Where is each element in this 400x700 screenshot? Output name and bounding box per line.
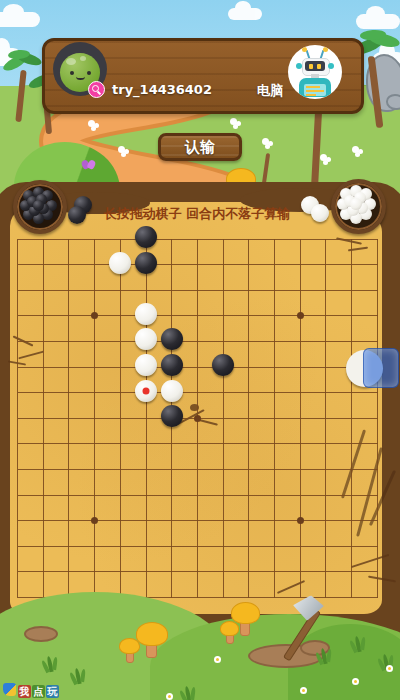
daisy xyxy=(352,678,359,685)
stone-black[interactable] xyxy=(135,226,157,248)
stone-white[interactable] xyxy=(135,380,157,402)
blue-drag-handle[interactable] xyxy=(363,348,399,388)
grid-line xyxy=(223,239,224,598)
grid-line xyxy=(377,239,378,598)
grid-line xyxy=(18,546,379,547)
loose-stone-black xyxy=(68,206,86,224)
grid-line xyxy=(351,239,352,598)
stone-black[interactable] xyxy=(212,354,234,376)
watermark-char: 玩 xyxy=(46,685,59,698)
black-stone-bowl xyxy=(13,180,67,234)
mushroom xyxy=(136,622,168,646)
grid-line xyxy=(18,239,379,240)
daisy xyxy=(300,687,307,694)
grid-line xyxy=(18,290,379,291)
game-screen: try_14436402 电脑 认输 长按拖动棋子 回合内不落子算输 xyxy=(0,0,400,700)
bowl-stone-black xyxy=(33,200,44,211)
stone-white[interactable] xyxy=(109,252,131,274)
star-point xyxy=(91,517,98,524)
grid-line xyxy=(18,367,379,368)
grid-line xyxy=(300,239,301,598)
daisy xyxy=(166,693,173,700)
star-point xyxy=(297,517,304,524)
star-point xyxy=(194,415,201,422)
watermark-text: 我点玩 xyxy=(17,680,59,699)
pebbles xyxy=(24,626,58,642)
grid-line xyxy=(248,239,249,598)
grid-line xyxy=(274,239,275,598)
loose-stone-white xyxy=(311,204,329,222)
grid-line xyxy=(94,239,95,598)
daisy xyxy=(386,665,393,672)
grid-line xyxy=(17,239,18,598)
grid-line xyxy=(18,469,379,470)
grid-line xyxy=(18,520,379,521)
mushroom xyxy=(231,602,260,624)
stone-black[interactable] xyxy=(135,252,157,274)
grid-line xyxy=(18,443,379,444)
grid-line xyxy=(43,239,44,598)
grid-line xyxy=(18,495,379,496)
grid-line xyxy=(146,239,147,598)
watermark-char: 点 xyxy=(32,685,45,698)
stone-black[interactable] xyxy=(161,354,183,376)
grid-line xyxy=(120,239,121,598)
stone-black[interactable] xyxy=(161,405,183,427)
grid-line xyxy=(18,392,379,393)
stone-white[interactable] xyxy=(135,354,157,376)
stone-white[interactable] xyxy=(135,328,157,350)
grid-line xyxy=(18,571,379,572)
last-move-marker xyxy=(143,387,150,394)
mushroom xyxy=(119,638,140,654)
star-point xyxy=(297,312,304,319)
bowl-stone-white xyxy=(350,198,362,210)
star-point xyxy=(91,312,98,319)
daisy xyxy=(214,656,221,663)
stone-white[interactable] xyxy=(135,303,157,325)
grid-line xyxy=(325,239,326,598)
stone-white[interactable] xyxy=(161,380,183,402)
grid-line xyxy=(18,264,379,265)
mushroom xyxy=(220,621,239,636)
grid-line xyxy=(68,239,69,598)
grid-line xyxy=(18,315,379,316)
watermark-char: 我 xyxy=(18,685,31,698)
grid-line xyxy=(18,341,379,342)
white-stone-bowl xyxy=(331,179,386,234)
watermark-logo: 我点玩 xyxy=(3,681,59,697)
stone-black[interactable] xyxy=(161,328,183,350)
watermark-icon xyxy=(3,683,16,696)
